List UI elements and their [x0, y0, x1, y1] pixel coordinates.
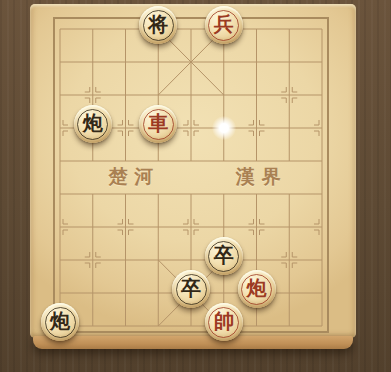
piece-character: 卒 — [181, 278, 201, 298]
piece-character: 帥 — [214, 311, 234, 331]
piece-character: 兵 — [214, 14, 234, 34]
river-label-chu-he: 楚河 — [102, 164, 161, 190]
piece-black-general[interactable]: 将 — [139, 6, 177, 44]
move-highlight-dot[interactable] — [212, 116, 236, 140]
piece-character: 卒 — [214, 245, 234, 265]
piece-red-general[interactable]: 帥 — [205, 303, 243, 341]
piece-red-chariot[interactable]: 車 — [139, 105, 177, 143]
xiangqi-app-screen: 楚河 漢界 将兵炮車卒卒炮帥炮 — [0, 0, 391, 372]
piece-black-cannon[interactable]: 炮 — [41, 303, 79, 341]
piece-red-soldier[interactable]: 兵 — [205, 6, 243, 44]
piece-character: 炮 — [50, 311, 70, 331]
piece-black-soldier[interactable]: 卒 — [172, 270, 210, 308]
piece-character: 炮 — [247, 278, 267, 298]
piece-black-soldier[interactable]: 卒 — [205, 237, 243, 275]
piece-red-cannon[interactable]: 炮 — [238, 270, 276, 308]
piece-character: 車 — [148, 113, 168, 133]
river-label-han-jie: 漢界 — [229, 164, 288, 190]
piece-character: 炮 — [83, 113, 103, 133]
piece-character: 将 — [148, 14, 168, 34]
piece-black-cannon[interactable]: 炮 — [74, 105, 112, 143]
